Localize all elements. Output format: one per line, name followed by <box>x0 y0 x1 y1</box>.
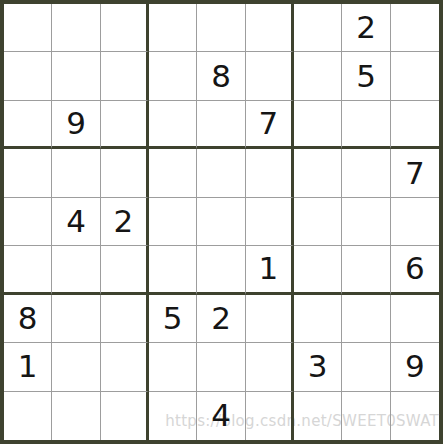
cell-r9c7[interactable] <box>294 392 342 440</box>
cell-r3c7[interactable] <box>294 101 342 149</box>
cell-r6c6: 1 <box>246 246 294 294</box>
cell-r2c1[interactable] <box>4 52 52 100</box>
cell-r6c5[interactable] <box>197 246 245 294</box>
cell-r1c1[interactable] <box>4 4 52 52</box>
cell-r1c5[interactable] <box>197 4 245 52</box>
cell-r5c8[interactable] <box>342 198 390 246</box>
cell-r8c2[interactable] <box>52 343 100 391</box>
cell-r3c4[interactable] <box>149 101 197 149</box>
cell-r4c7[interactable] <box>294 149 342 197</box>
cell-r4c8[interactable] <box>342 149 390 197</box>
cell-r7c8[interactable] <box>342 295 390 343</box>
cell-r2c7[interactable] <box>294 52 342 100</box>
cell-r2c2[interactable] <box>52 52 100 100</box>
sudoku-board: 28597742168521394 <box>0 0 443 444</box>
cell-r9c4[interactable] <box>149 392 197 440</box>
cell-r1c8: 2 <box>342 4 390 52</box>
cell-r2c9[interactable] <box>391 52 439 100</box>
cell-r5c3: 2 <box>101 198 149 246</box>
cell-r5c4[interactable] <box>149 198 197 246</box>
cell-r4c9: 7 <box>391 149 439 197</box>
cell-r3c5[interactable] <box>197 101 245 149</box>
cell-r3c6: 7 <box>246 101 294 149</box>
cell-r1c2[interactable] <box>52 4 100 52</box>
cell-r1c6[interactable] <box>246 4 294 52</box>
cell-r9c8[interactable] <box>342 392 390 440</box>
cell-r7c4: 5 <box>149 295 197 343</box>
cell-r3c3[interactable] <box>101 101 149 149</box>
cell-r1c4[interactable] <box>149 4 197 52</box>
cell-r4c4[interactable] <box>149 149 197 197</box>
cell-r5c7[interactable] <box>294 198 342 246</box>
cell-r3c2: 9 <box>52 101 100 149</box>
cell-r7c6[interactable] <box>246 295 294 343</box>
cell-r6c7[interactable] <box>294 246 342 294</box>
cell-r7c1: 8 <box>4 295 52 343</box>
cell-r8c6[interactable] <box>246 343 294 391</box>
cell-r1c9[interactable] <box>391 4 439 52</box>
cell-r1c7[interactable] <box>294 4 342 52</box>
cell-r6c2[interactable] <box>52 246 100 294</box>
cell-r5c1[interactable] <box>4 198 52 246</box>
cell-r9c2[interactable] <box>52 392 100 440</box>
cell-r2c3[interactable] <box>101 52 149 100</box>
cell-r2c4[interactable] <box>149 52 197 100</box>
cell-r8c9: 9 <box>391 343 439 391</box>
cell-r9c9[interactable] <box>391 392 439 440</box>
cell-r7c7[interactable] <box>294 295 342 343</box>
cell-r7c9[interactable] <box>391 295 439 343</box>
cell-r4c1[interactable] <box>4 149 52 197</box>
cell-r3c1[interactable] <box>4 101 52 149</box>
cell-r6c8[interactable] <box>342 246 390 294</box>
cell-r5c2: 4 <box>52 198 100 246</box>
cell-r7c2[interactable] <box>52 295 100 343</box>
cell-r8c1: 1 <box>4 343 52 391</box>
cell-r2c6[interactable] <box>246 52 294 100</box>
cell-r3c9[interactable] <box>391 101 439 149</box>
cell-r1c3[interactable] <box>101 4 149 52</box>
cell-r9c1[interactable] <box>4 392 52 440</box>
cell-r6c3[interactable] <box>101 246 149 294</box>
cell-r8c7: 3 <box>294 343 342 391</box>
cell-r4c3[interactable] <box>101 149 149 197</box>
cell-r9c5: 4 <box>197 392 245 440</box>
cell-r4c5[interactable] <box>197 149 245 197</box>
cell-r6c9: 6 <box>391 246 439 294</box>
sudoku-page: 28597742168521394 https://blog.csdn.net/… <box>0 0 443 444</box>
cell-r9c3[interactable] <box>101 392 149 440</box>
cell-r6c4[interactable] <box>149 246 197 294</box>
cell-r6c1[interactable] <box>4 246 52 294</box>
cell-r3c8[interactable] <box>342 101 390 149</box>
cell-r2c8: 5 <box>342 52 390 100</box>
cell-r8c3[interactable] <box>101 343 149 391</box>
cell-r2c5: 8 <box>197 52 245 100</box>
cell-r4c6[interactable] <box>246 149 294 197</box>
cell-r5c6[interactable] <box>246 198 294 246</box>
cell-r7c3[interactable] <box>101 295 149 343</box>
cell-r8c5[interactable] <box>197 343 245 391</box>
cell-r9c6[interactable] <box>246 392 294 440</box>
cell-r5c5[interactable] <box>197 198 245 246</box>
cell-r4c2[interactable] <box>52 149 100 197</box>
cell-r5c9[interactable] <box>391 198 439 246</box>
cell-r8c8[interactable] <box>342 343 390 391</box>
cell-r8c4[interactable] <box>149 343 197 391</box>
cell-r7c5: 2 <box>197 295 245 343</box>
